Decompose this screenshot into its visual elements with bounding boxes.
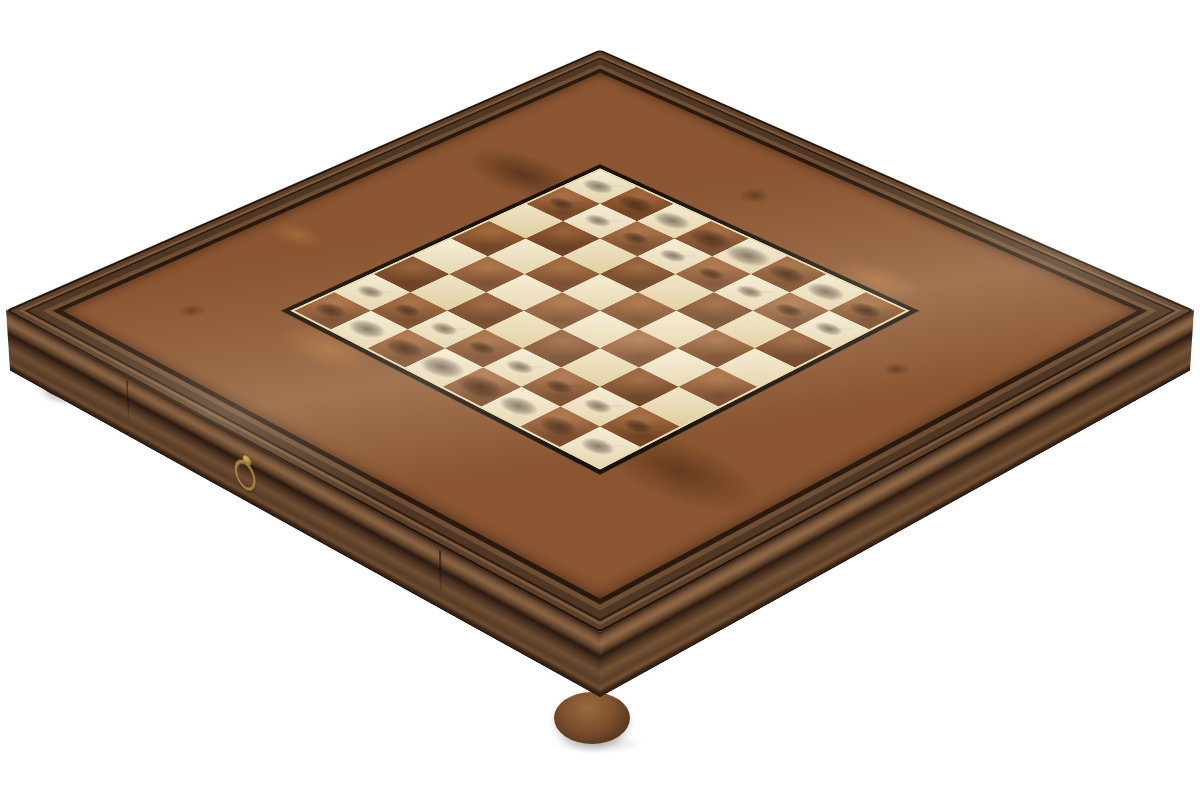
rook-glyph: ♜ <box>565 373 635 451</box>
pawn-glyph: ♟ <box>803 270 859 332</box>
ring-pull-loop <box>233 457 258 494</box>
scene-perspective: ♜♞♝♛♚♝♞♜♟♟♟♟♟♟♟♟♟♟♟♟♟♟♟♟♜♞♝♛♚♝♞♜ <box>0 0 1200 800</box>
drawer-ring-pull <box>236 450 258 495</box>
drawer-seam-right <box>439 550 442 592</box>
drawer-seam-left <box>126 380 130 421</box>
product-photo-chess-set: { "game": "chess", "scene": "overhead-an… <box>0 0 1200 800</box>
